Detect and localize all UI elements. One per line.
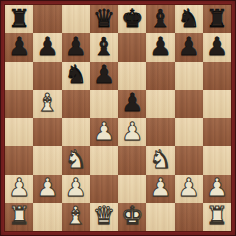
piece-black-knight: ♞	[177, 6, 199, 31]
square-b1[interactable]	[33, 203, 61, 231]
piece-white-knight: ♞	[64, 147, 86, 172]
piece-white-pawn: ♟	[206, 175, 228, 200]
square-a8[interactable]: ♜	[5, 5, 33, 33]
piece-black-queen: ♛	[93, 6, 115, 31]
square-b5[interactable]: ♝	[33, 90, 61, 118]
square-a1[interactable]: ♜	[5, 203, 33, 231]
square-g3[interactable]	[175, 146, 203, 174]
square-b4[interactable]	[33, 118, 61, 146]
square-c6[interactable]: ♞	[62, 62, 90, 90]
square-e4[interactable]: ♟	[118, 118, 146, 146]
square-f7[interactable]: ♟	[146, 33, 174, 61]
square-a2[interactable]: ♟	[5, 175, 33, 203]
square-e8[interactable]: ♚	[118, 5, 146, 33]
chess-board: ♜♛♚♝♞♜♟♟♟♝♟♟♟♞♟♝♟♟♟♞♞♟♟♟♟♟♟♜♝♛♚♜	[5, 5, 231, 231]
square-f6[interactable]	[146, 62, 174, 90]
square-a4[interactable]	[5, 118, 33, 146]
piece-black-pawn: ♟	[36, 34, 58, 59]
board-frame: ♜♛♚♝♞♜♟♟♟♝♟♟♟♞♟♝♟♟♟♞♞♟♟♟♟♟♟♜♝♛♚♜	[0, 0, 236, 236]
piece-black-pawn: ♟	[8, 34, 30, 59]
square-b7[interactable]: ♟	[33, 33, 61, 61]
square-a5[interactable]	[5, 90, 33, 118]
square-g2[interactable]: ♟	[175, 175, 203, 203]
square-d7[interactable]: ♝	[90, 33, 118, 61]
square-d5[interactable]	[90, 90, 118, 118]
square-f2[interactable]: ♟	[146, 175, 174, 203]
square-d4[interactable]: ♟	[90, 118, 118, 146]
square-g1[interactable]	[175, 203, 203, 231]
square-e6[interactable]	[118, 62, 146, 90]
square-c8[interactable]	[62, 5, 90, 33]
piece-white-pawn: ♟	[121, 119, 143, 144]
piece-black-king: ♚	[121, 6, 143, 31]
square-h2[interactable]: ♟	[203, 175, 231, 203]
piece-white-pawn: ♟	[93, 119, 115, 144]
piece-black-pawn: ♟	[93, 62, 115, 87]
piece-black-pawn: ♟	[149, 34, 171, 59]
square-c5[interactable]	[62, 90, 90, 118]
square-c2[interactable]: ♟	[62, 175, 90, 203]
square-g6[interactable]	[175, 62, 203, 90]
piece-black-pawn: ♟	[206, 34, 228, 59]
square-a3[interactable]	[5, 146, 33, 174]
square-g5[interactable]	[175, 90, 203, 118]
square-c7[interactable]: ♟	[62, 33, 90, 61]
square-h7[interactable]: ♟	[203, 33, 231, 61]
square-a7[interactable]: ♟	[5, 33, 33, 61]
piece-black-rook: ♜	[8, 6, 30, 31]
square-a6[interactable]	[5, 62, 33, 90]
piece-black-bishop: ♝	[93, 34, 115, 59]
piece-white-rook: ♜	[206, 203, 228, 228]
square-e1[interactable]: ♚	[118, 203, 146, 231]
piece-black-pawn: ♟	[177, 34, 199, 59]
piece-black-knight: ♞	[64, 62, 86, 87]
piece-white-bishop: ♝	[64, 203, 86, 228]
square-g7[interactable]: ♟	[175, 33, 203, 61]
square-e7[interactable]	[118, 33, 146, 61]
square-b8[interactable]	[33, 5, 61, 33]
piece-white-queen: ♛	[93, 203, 115, 228]
square-b2[interactable]: ♟	[33, 175, 61, 203]
square-b6[interactable]	[33, 62, 61, 90]
square-d3[interactable]	[90, 146, 118, 174]
square-f4[interactable]	[146, 118, 174, 146]
square-f5[interactable]	[146, 90, 174, 118]
piece-black-bishop: ♝	[149, 6, 171, 31]
piece-black-pawn: ♟	[121, 90, 143, 115]
square-h1[interactable]: ♜	[203, 203, 231, 231]
square-h4[interactable]	[203, 118, 231, 146]
square-e3[interactable]	[118, 146, 146, 174]
piece-white-bishop: ♝	[36, 90, 58, 115]
square-f1[interactable]	[146, 203, 174, 231]
piece-black-rook: ♜	[206, 6, 228, 31]
square-d1[interactable]: ♛	[90, 203, 118, 231]
square-e2[interactable]	[118, 175, 146, 203]
square-g8[interactable]: ♞	[175, 5, 203, 33]
square-d2[interactable]	[90, 175, 118, 203]
piece-black-pawn: ♟	[64, 34, 86, 59]
square-f8[interactable]: ♝	[146, 5, 174, 33]
square-c3[interactable]: ♞	[62, 146, 90, 174]
piece-white-pawn: ♟	[8, 175, 30, 200]
square-h5[interactable]	[203, 90, 231, 118]
square-c1[interactable]: ♝	[62, 203, 90, 231]
square-g4[interactable]	[175, 118, 203, 146]
square-h3[interactable]	[203, 146, 231, 174]
square-b3[interactable]	[33, 146, 61, 174]
square-d6[interactable]: ♟	[90, 62, 118, 90]
piece-white-pawn: ♟	[64, 175, 86, 200]
square-f3[interactable]: ♞	[146, 146, 174, 174]
piece-white-rook: ♜	[8, 203, 30, 228]
piece-white-knight: ♞	[149, 147, 171, 172]
square-h8[interactable]: ♜	[203, 5, 231, 33]
piece-white-king: ♚	[121, 203, 143, 228]
square-d8[interactable]: ♛	[90, 5, 118, 33]
piece-white-pawn: ♟	[177, 175, 199, 200]
piece-white-pawn: ♟	[149, 175, 171, 200]
square-e5[interactable]: ♟	[118, 90, 146, 118]
square-h6[interactable]	[203, 62, 231, 90]
piece-white-pawn: ♟	[36, 175, 58, 200]
square-c4[interactable]	[62, 118, 90, 146]
